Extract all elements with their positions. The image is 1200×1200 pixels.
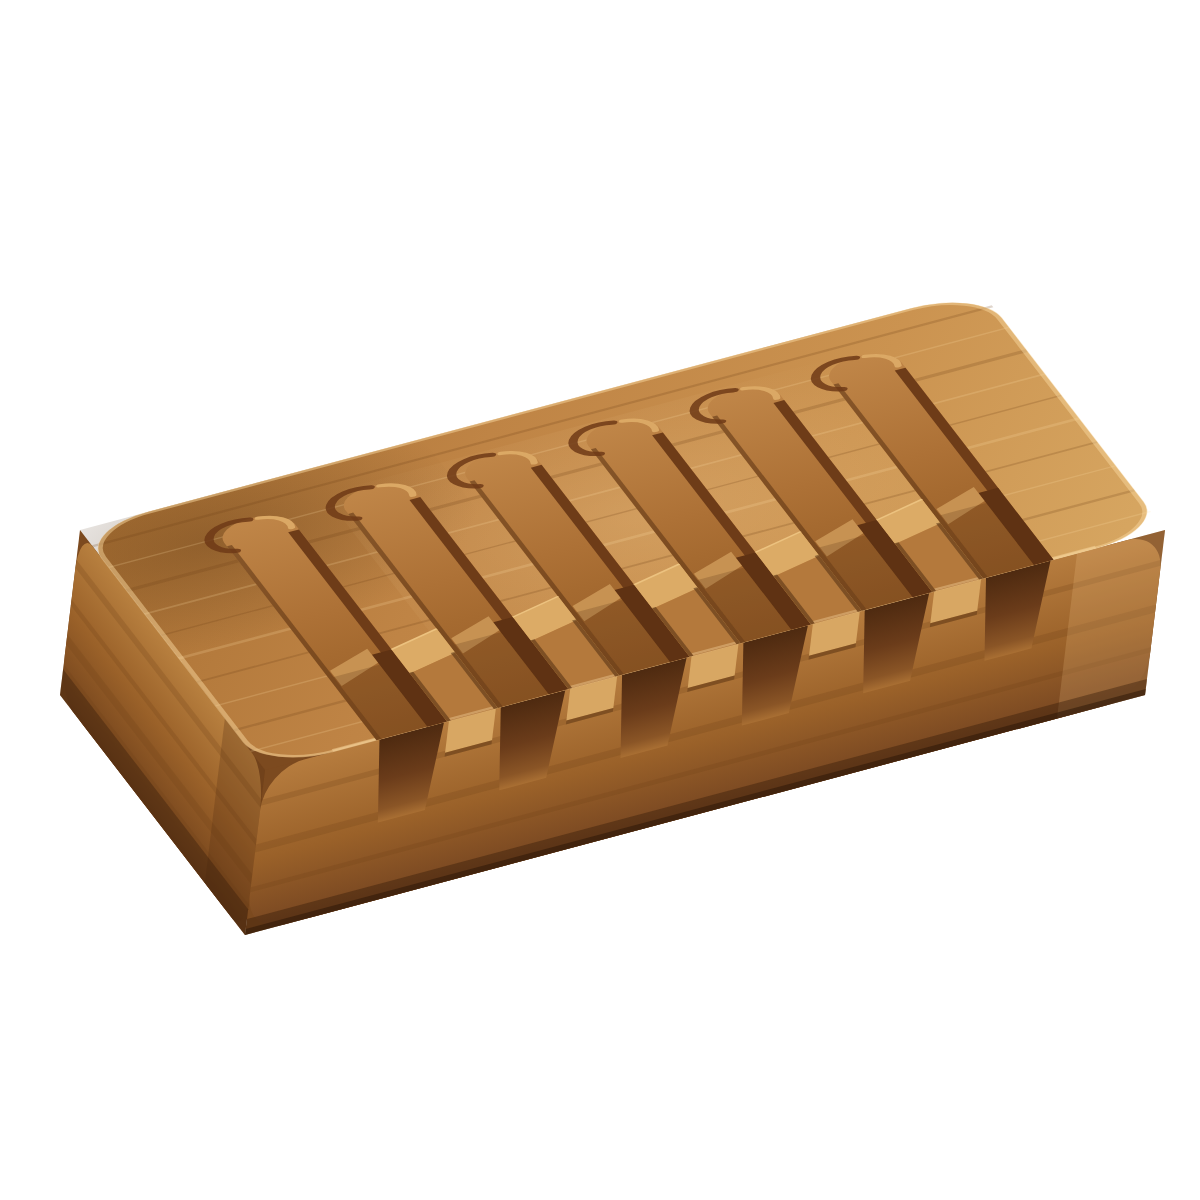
soap-dish-illustration [0,0,1200,1200]
product-photo [0,0,1200,1200]
